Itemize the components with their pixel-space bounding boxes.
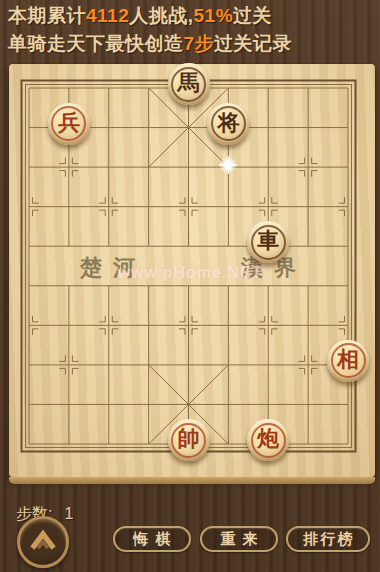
chevron-up-icon: [20, 519, 66, 565]
collapse-panel-button[interactable]: [17, 516, 69, 568]
piece-black-general[interactable]: 将: [207, 103, 249, 145]
watermark: www.pHome.NET: [108, 264, 272, 282]
piece-label: 車: [257, 226, 279, 256]
piece-red-general[interactable]: 帥: [168, 419, 210, 461]
leaderboard-button[interactable]: 排行榜: [286, 526, 370, 552]
piece-label: 兵: [58, 108, 80, 138]
piece-red-elephant[interactable]: 相: [327, 340, 369, 382]
piece-label: 将: [217, 108, 239, 138]
piece-red-cannon[interactable]: 炮: [247, 419, 289, 461]
piece-black-horse[interactable]: 馬: [168, 63, 210, 105]
move-sparkle-effect: [219, 156, 237, 174]
piece-label: 相: [337, 345, 359, 375]
piece-red-soldier[interactable]: 兵: [48, 103, 90, 145]
challenge-stats-text: 本期累计4112人挑战,51%过关: [8, 2, 380, 30]
piece-label: 馬: [178, 68, 200, 98]
piece-label: 炮: [257, 424, 279, 454]
restart-button[interactable]: 重来: [200, 526, 278, 552]
piece-label: 帥: [178, 424, 200, 454]
undo-move-button[interactable]: 悔棋: [113, 526, 191, 552]
board-edge: [9, 477, 375, 484]
record-text: 单骑走天下最快创造7步过关记录: [8, 30, 380, 58]
top-info-bar: 本期累计4112人挑战,51%过关 单骑走天下最快创造7步过关记录: [0, 0, 380, 58]
